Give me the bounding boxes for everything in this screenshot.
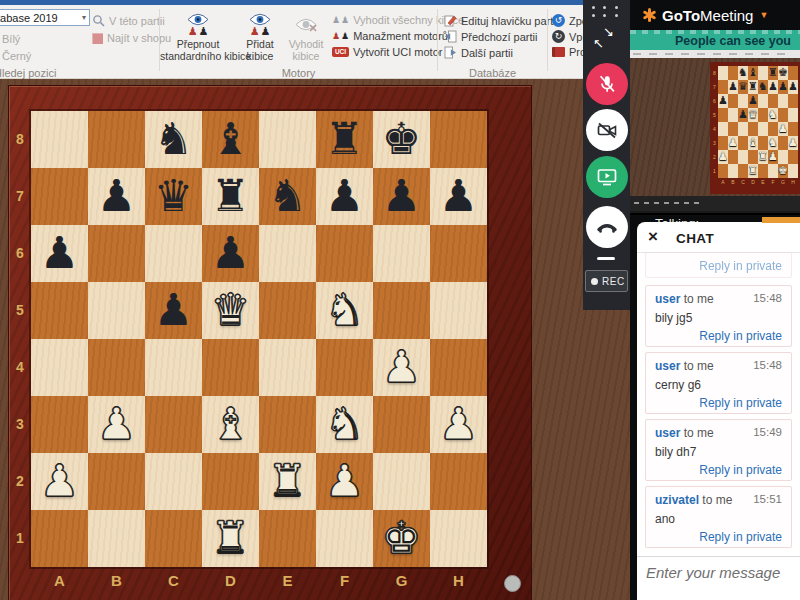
preview-square [738, 164, 748, 178]
screen-share-button[interactable] [586, 156, 628, 198]
preview-square [768, 94, 778, 108]
preview-square: ♟ [788, 80, 798, 94]
preview-square: ♞ [768, 108, 778, 122]
square-g8[interactable]: ♚ [373, 111, 430, 168]
engines-icon: ♟♟ [332, 32, 349, 41]
preview-square: ♚ [778, 164, 788, 178]
preview-piece-white-knight: ♞ [768, 108, 778, 122]
square-f5[interactable]: ♞ [316, 282, 373, 339]
square-f8[interactable]: ♜ [316, 111, 373, 168]
preview-piece-white-pawn: ♟ [728, 136, 738, 150]
square-e4[interactable] [259, 339, 316, 396]
ribbon-toolbar: Database 2019 ▾ Bílý Černý Hledej pozici… [0, 5, 592, 79]
square-b6[interactable] [88, 225, 145, 282]
preview-square: ♜ [748, 80, 758, 94]
chevron-down-icon: ▾ [82, 10, 86, 26]
reply-in-private-link[interactable]: Reply in private [655, 463, 782, 477]
hang-up-button[interactable] [586, 206, 628, 248]
square-b3[interactable]: ♟ [88, 396, 145, 453]
preview-square [718, 164, 728, 178]
preview-square [728, 108, 738, 122]
chat-message-input[interactable]: Enter your message [646, 564, 794, 581]
piece-black-queen: ♛ [145, 168, 202, 225]
rank-label: 7 [11, 168, 29, 225]
microphone-muted-icon [596, 73, 618, 95]
preview-piece-black-pawn: ♟ [748, 94, 758, 108]
square-d1[interactable]: ♜ [202, 510, 259, 567]
preview-square: ♝ [748, 136, 758, 150]
ribbon-item-white[interactable]: Bílý [2, 33, 20, 45]
preview-piece-black-queen: ♛ [738, 80, 748, 94]
preview-piece-black-pawn: ♟ [778, 80, 788, 94]
group-label-engines: Motory [160, 67, 437, 79]
reply-in-private-link[interactable]: Reply in private [655, 396, 782, 410]
file-label: C [145, 569, 202, 593]
message-text: ano [655, 512, 782, 526]
preview-piece-white-queen: ♛ [748, 108, 758, 122]
screen: Database 2019 ▾ Bílý Černý Hledej pozici… [0, 0, 800, 600]
preview-content: ♞♝♜♚♟♛♜♞♟♟♟♟♟♟♛♞♟♟♝♞♟♟♜♟♜♚ 87654321 ABCD… [630, 58, 800, 196]
drag-handle-dots-icon[interactable] [590, 6, 620, 17]
square-a2[interactable]: ♟ [31, 453, 88, 510]
camera-off-icon [595, 118, 619, 142]
create-uci-engine-item[interactable]: UCI Vytvořit UCI motor [332, 46, 442, 58]
message-time: 15:48 [753, 292, 782, 304]
preview-piece-black-rook: ♜ [768, 66, 778, 80]
screen-visible-banner: People can see you [630, 30, 800, 50]
message-time: 15:49 [753, 426, 782, 438]
preview-square [758, 136, 768, 150]
next-game-item[interactable]: Další partii [444, 46, 513, 59]
piece-black-rook: ♜ [202, 168, 259, 225]
square-f6[interactable] [316, 225, 373, 282]
preview-taskbar [630, 196, 800, 211]
square-a4[interactable] [31, 339, 88, 396]
preview-square [788, 94, 798, 108]
previous-game-item[interactable]: Předchozí partii [444, 30, 537, 43]
collapse-arrows-icon[interactable]: ↘↖ [589, 24, 623, 56]
square-f4[interactable] [316, 339, 373, 396]
preview-square [778, 150, 788, 164]
square-b1[interactable] [88, 510, 145, 567]
square-a8[interactable] [31, 111, 88, 168]
chat-message: 15:48user to mecerny g6Reply in private [645, 352, 792, 414]
preview-square [788, 122, 798, 136]
message-sender: user [655, 292, 680, 306]
preview-square [758, 66, 768, 80]
square-e8[interactable] [259, 111, 316, 168]
preview-square: ♜ [758, 150, 768, 164]
screen-share-icon [595, 165, 619, 189]
preview-square [738, 150, 748, 164]
piece-black-bishop: ♝ [202, 111, 259, 168]
rank-label: 1 [11, 510, 29, 567]
preview-square: ♟ [768, 150, 778, 164]
square-b4[interactable] [88, 339, 145, 396]
file-label: H [430, 569, 487, 593]
preview-piece-black-pawn: ♟ [768, 80, 778, 94]
preview-square: ♟ [778, 80, 788, 94]
file-label: A [31, 569, 88, 593]
mute-microphone-button[interactable] [586, 63, 628, 105]
preview-square [758, 164, 768, 178]
preview-square [758, 94, 768, 108]
piece-white-pawn: ♟ [88, 396, 145, 453]
square-c7[interactable]: ♛ [145, 168, 202, 225]
square-e3[interactable] [259, 396, 316, 453]
file-label: B [88, 569, 145, 593]
rank-label: 5 [11, 282, 29, 339]
piece-white-bishop: ♝ [202, 396, 259, 453]
message-sender: user [655, 359, 680, 373]
preview-piece-white-king: ♚ [778, 164, 788, 178]
kibitzers-icon: ♟♟ [332, 16, 349, 25]
preview-piece-white-pawn: ♟ [768, 150, 778, 164]
square-e1[interactable] [259, 510, 316, 567]
engine-management-item[interactable]: ♟♟ Manažment motorů [332, 30, 448, 42]
piece-white-pawn: ♟ [430, 396, 487, 453]
ribbon-item-black[interactable]: Černý [2, 50, 31, 62]
square-c8[interactable]: ♞ [145, 111, 202, 168]
redo-icon: ↻ [552, 30, 565, 43]
message-text: bily dh7 [655, 445, 782, 459]
preview-square: ♟ [728, 80, 738, 94]
square-g5[interactable] [373, 282, 430, 339]
database-combo-value: Database 2019 [0, 12, 58, 24]
preview-square [718, 66, 728, 80]
preview-square [788, 150, 798, 164]
message-recipient: to me [680, 292, 713, 306]
message-time: 15:48 [753, 359, 782, 371]
preview-square: ♜ [748, 164, 758, 178]
preview-piece-white-pawn: ♟ [718, 150, 728, 164]
ribbon-item-in-this-game[interactable]: V této partii [92, 14, 165, 27]
chat-message: 15:48user to mebily jg5Reply in private [645, 285, 792, 347]
square-e6[interactable] [259, 225, 316, 282]
chevron-down-icon[interactable]: ▼ [759, 10, 768, 20]
group-separator [437, 9, 438, 71]
group-separator [547, 9, 548, 71]
piece-black-rook: ♜ [316, 111, 373, 168]
square-g6[interactable] [373, 225, 430, 282]
message-sender: user [655, 426, 680, 440]
preview-piece-black-pawn: ♟ [738, 108, 748, 122]
preview-square: ♛ [738, 80, 748, 94]
preview-piece-white-pawn: ♟ [778, 122, 788, 136]
square-f3[interactable]: ♞ [316, 396, 373, 453]
preview-square: ♟ [778, 122, 788, 136]
edit-pencil-icon [444, 14, 457, 27]
preview-square [788, 108, 798, 122]
piece-white-pawn: ♟ [373, 339, 430, 396]
message-time: 15:51 [753, 493, 782, 505]
square-f1[interactable] [316, 510, 373, 567]
preview-square: ♞ [768, 136, 778, 150]
chat-tab-indicator [762, 217, 800, 223]
kibitzer-eye-icon: ♟♟ [160, 11, 236, 38]
preview-chess-board: ♞♝♜♚♟♛♜♞♟♟♟♟♟♟♛♞♟♟♝♞♟♟♜♟♜♚ [718, 66, 798, 178]
chat-panel: × CHAT Reply in private15:48user to mebi… [637, 222, 800, 600]
preview-square [718, 108, 728, 122]
square-b2[interactable] [88, 453, 145, 510]
preview-square [788, 66, 798, 80]
message-recipient: to me [680, 359, 713, 373]
screen-share-preview: ♞♝♜♚♟♛♜♞♟♟♟♟♟♟♛♞♟♟♝♞♟♟♜♟♜♚ 87654321 ABCD… [630, 50, 800, 215]
preview-board-frame: ♞♝♜♚♟♛♜♞♟♟♟♟♟♟♛♞♟♟♝♞♟♟♜♟♜♚ 87654321 ABCD… [710, 62, 800, 194]
preview-square [788, 164, 798, 178]
reply-in-private-link[interactable]: Reply in private [655, 329, 782, 343]
square-b7[interactable]: ♟ [88, 168, 145, 225]
magnifier-icon [92, 14, 105, 27]
preview-square [748, 122, 758, 136]
square-g2[interactable] [373, 453, 430, 510]
piece-black-pawn: ♟ [202, 225, 259, 282]
chat-message: 15:51uzivatel to meanoReply in private [645, 486, 792, 548]
piece-black-pawn: ♟ [145, 282, 202, 339]
preview-square [748, 150, 758, 164]
piece-black-knight: ♞ [145, 111, 202, 168]
phone-hangup-icon [595, 215, 619, 239]
preview-square [768, 122, 778, 136]
preview-piece-white-rook: ♜ [748, 164, 758, 178]
square-a5[interactable] [31, 282, 88, 339]
file-label: D [202, 569, 259, 593]
square-h8[interactable] [430, 111, 487, 168]
preview-square [778, 108, 788, 122]
preview-square: ♟ [728, 136, 738, 150]
preview-square [718, 136, 728, 150]
piece-black-pawn: ♟ [88, 168, 145, 225]
piece-white-rook: ♜ [259, 453, 316, 510]
preview-piece-black-pawn: ♟ [728, 80, 738, 94]
preview-square: ♞ [738, 66, 748, 80]
preview-piece-white-pawn: ♟ [788, 136, 798, 150]
square-c2[interactable] [145, 453, 202, 510]
piece-white-knight: ♞ [316, 282, 373, 339]
group-label-search: Hledej pozici [0, 67, 56, 79]
square-c4[interactable] [145, 339, 202, 396]
preview-square: ♟ [748, 94, 758, 108]
preview-piece-white-bishop: ♝ [748, 136, 758, 150]
square-f2[interactable]: ♟ [316, 453, 373, 510]
chat-message: Reply in private [645, 252, 792, 278]
preview-square [738, 136, 748, 150]
preview-piece-black-knight: ♞ [758, 80, 768, 94]
preview-square [728, 122, 738, 136]
message-text: bily jg5 [655, 311, 782, 325]
preview-square: ♛ [748, 108, 758, 122]
preview-square: ♟ [738, 108, 748, 122]
reply-in-private-link[interactable]: Reply in private [655, 530, 782, 544]
piece-black-pawn: ♟ [373, 168, 430, 225]
square-d4[interactable] [202, 339, 259, 396]
square-e2[interactable]: ♜ [259, 453, 316, 510]
chess-board: ♞♝♜♚♟♛♜♞♟♟♟♟♟♟♛♞♟♟♝♞♟♟♜♟♜♚ [31, 111, 487, 567]
square-d6[interactable]: ♟ [202, 225, 259, 282]
square-c1[interactable] [145, 510, 202, 567]
square-h6[interactable] [430, 225, 487, 282]
message-recipient: to me [699, 493, 732, 507]
preview-piece-black-bishop: ♝ [748, 66, 758, 80]
square-g1[interactable]: ♚ [373, 510, 430, 567]
piece-black-pawn: ♟ [316, 168, 373, 225]
rank-label: 4 [11, 339, 29, 396]
reply-in-private-link[interactable]: Reply in private [655, 259, 782, 273]
preview-square: ♟ [718, 150, 728, 164]
rank-label: 3 [11, 396, 29, 453]
preview-square: ♞ [758, 80, 768, 94]
gotomeeting-logo: GoToMeeting ▼ [630, 0, 800, 30]
previous-page-icon [444, 30, 457, 43]
preview-square: ♟ [788, 136, 798, 150]
preview-square [768, 164, 778, 178]
minimize-dash-icon[interactable] [597, 257, 615, 260]
preview-piece-black-pawn: ♟ [788, 80, 798, 94]
piece-black-knight: ♞ [259, 168, 316, 225]
piece-white-rook: ♜ [202, 510, 259, 567]
preview-square [738, 94, 748, 108]
kibitzer-eye-icon: ♟♟ [238, 11, 282, 38]
piece-white-pawn: ♟ [31, 453, 88, 510]
file-label: G [373, 569, 430, 593]
preview-piece-black-knight: ♞ [738, 66, 748, 80]
preview-piece-black-pawn: ♟ [718, 94, 728, 108]
preview-piece-white-rook: ♜ [758, 150, 768, 164]
piece-white-pawn: ♟ [316, 453, 373, 510]
gotomeeting-flower-icon [642, 8, 656, 22]
message-text: cerny g6 [655, 378, 782, 392]
message-sender: uzivatel [655, 493, 699, 507]
preview-square: ♜ [768, 66, 778, 80]
square-b8[interactable] [88, 111, 145, 168]
preview-square: ♝ [748, 66, 758, 80]
square-e7[interactable]: ♞ [259, 168, 316, 225]
preview-square: ♚ [778, 66, 788, 80]
preview-piece-white-knight: ♞ [768, 136, 778, 150]
camera-off-button[interactable] [586, 109, 628, 151]
meeting-control-strip: ↘↖ [583, 0, 630, 310]
square-a3[interactable] [31, 396, 88, 453]
square-h4[interactable] [430, 339, 487, 396]
file-label: E [259, 569, 316, 593]
database-combo[interactable]: Database 2019 ▾ [0, 9, 90, 26]
next-page-icon [444, 46, 457, 59]
switch-default-kibitzer-button[interactable]: ♟♟ Přepnout standardního kibice [160, 11, 236, 62]
rank-label: 2 [11, 453, 29, 510]
square-g3[interactable] [373, 396, 430, 453]
add-kibitzer-button[interactable]: ♟♟ Přidat kibice [238, 11, 282, 62]
uci-engine-icon: UCI [332, 47, 349, 57]
message-recipient: to me [680, 426, 713, 440]
preview-square [728, 164, 738, 178]
undo-icon: ↺ [552, 14, 565, 27]
record-dot-icon [591, 278, 598, 285]
square-h3[interactable]: ♟ [430, 396, 487, 453]
chat-message: 15:49user to mebily dh7Reply in private [645, 419, 792, 481]
preview-square [758, 122, 768, 136]
piece-black-pawn: ♟ [31, 225, 88, 282]
square-g4[interactable]: ♟ [373, 339, 430, 396]
preview-toolbar [630, 50, 800, 58]
divider [637, 556, 800, 557]
piece-white-queen: ♛ [202, 282, 259, 339]
kibitzer-eye-x-icon: ✕ [284, 11, 328, 38]
square-d8[interactable]: ♝ [202, 111, 259, 168]
preview-square [778, 94, 788, 108]
square-h1[interactable] [430, 510, 487, 567]
square-d3[interactable]: ♝ [202, 396, 259, 453]
preview-square: ♟ [718, 94, 728, 108]
preview-square [728, 66, 738, 80]
preview-square [728, 150, 738, 164]
chess-board-frame: ♞♝♜♚♟♛♜♞♟♟♟♟♟♟♛♞♟♟♝♞♟♟♜♟♜♚ 87654321 ABCD… [8, 85, 532, 600]
preview-square [718, 80, 728, 94]
record-button[interactable]: REC [585, 270, 628, 292]
square-f7[interactable]: ♟ [316, 168, 373, 225]
square-e5[interactable] [259, 282, 316, 339]
preview-square [728, 94, 738, 108]
group-label-database: Databáze [440, 67, 545, 79]
square-a6[interactable]: ♟ [31, 225, 88, 282]
piece-white-knight: ♞ [316, 396, 373, 453]
piece-white-king: ♚ [373, 510, 430, 567]
square-h2[interactable] [430, 453, 487, 510]
preview-square [758, 108, 768, 122]
preview-square: ♟ [768, 80, 778, 94]
piece-black-pawn: ♟ [430, 168, 487, 225]
chat-close-button[interactable]: × [648, 228, 658, 246]
rank-label: 6 [11, 225, 29, 282]
square-b5[interactable] [88, 282, 145, 339]
square-a1[interactable] [31, 510, 88, 567]
square-c5[interactable]: ♟ [145, 282, 202, 339]
preview-square [778, 136, 788, 150]
square-d7[interactable]: ♜ [202, 168, 259, 225]
square-d5[interactable]: ♛ [202, 282, 259, 339]
square-d2[interactable] [202, 453, 259, 510]
square-h5[interactable] [430, 282, 487, 339]
piece-black-king: ♚ [373, 111, 430, 168]
square-a7[interactable] [31, 168, 88, 225]
square-c3[interactable] [145, 396, 202, 453]
square-h7[interactable]: ♟ [430, 168, 487, 225]
file-label: F [316, 569, 373, 593]
edit-game-header-item[interactable]: Edituj hlavičku partie [444, 14, 562, 27]
preview-square [738, 122, 748, 136]
square-c6[interactable] [145, 225, 202, 282]
chat-title: CHAT [676, 231, 714, 246]
red-book-icon [552, 47, 565, 57]
square-g7[interactable]: ♟ [373, 168, 430, 225]
board-corner-handle[interactable] [504, 575, 521, 592]
preview-piece-black-king: ♚ [778, 66, 788, 80]
remove-kibitzer-button[interactable]: ✕ Vyhodit kibice [284, 11, 328, 62]
shop-icon [92, 33, 103, 44]
preview-square [718, 122, 728, 136]
rank-label: 8 [11, 111, 29, 168]
preview-piece-black-rook: ♜ [748, 80, 758, 94]
